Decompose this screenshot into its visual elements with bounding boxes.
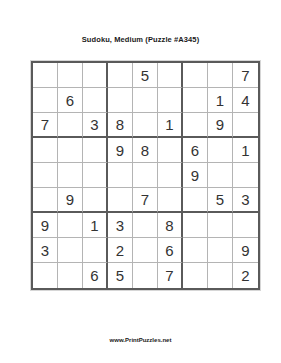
- cell-r2c3: [83, 88, 108, 113]
- cell-r6c1: [33, 188, 58, 213]
- cell-r3c9: [233, 113, 258, 138]
- cell-r5c4: [108, 163, 133, 188]
- cell-r8c1: 3: [33, 238, 58, 263]
- sudoku-grid: 5761473819986199753913832696572: [31, 61, 260, 290]
- cell-r7c1: 9: [33, 213, 58, 238]
- cell-r6c8: 5: [208, 188, 233, 213]
- cell-r9c1: [33, 263, 58, 288]
- cell-r6c7: [183, 188, 208, 213]
- cell-r7c6: 8: [158, 213, 183, 238]
- cell-r1c5: 5: [133, 63, 158, 88]
- cell-r5c1: [33, 163, 58, 188]
- cell-r7c2: [58, 213, 83, 238]
- cell-r6c4: [108, 188, 133, 213]
- cell-r9c3: 6: [83, 263, 108, 288]
- cell-r7c7: [183, 213, 208, 238]
- cell-r3c1: 7: [33, 113, 58, 138]
- cell-r1c9: 7: [233, 63, 258, 88]
- footer-url: www.PrintPuzzles.net: [0, 337, 281, 343]
- cell-r6c5: 7: [133, 188, 158, 213]
- cell-r3c6: 1: [158, 113, 183, 138]
- cell-r6c2: 9: [58, 188, 83, 213]
- cell-r4c5: 8: [133, 138, 158, 163]
- cell-r6c9: 3: [233, 188, 258, 213]
- cell-r9c4: 5: [108, 263, 133, 288]
- cell-r7c3: 1: [83, 213, 108, 238]
- cell-r9c6: 7: [158, 263, 183, 288]
- cell-r3c8: 9: [208, 113, 233, 138]
- cell-r9c2: [58, 263, 83, 288]
- cell-r1c6: [158, 63, 183, 88]
- cell-r3c5: [133, 113, 158, 138]
- cell-r1c3: [83, 63, 108, 88]
- cell-r2c9: 4: [233, 88, 258, 113]
- cell-r4c8: [208, 138, 233, 163]
- cell-r4c3: [83, 138, 108, 163]
- cell-r2c6: [158, 88, 183, 113]
- cell-r2c5: [133, 88, 158, 113]
- cell-r8c9: 9: [233, 238, 258, 263]
- cell-r9c7: [183, 263, 208, 288]
- puzzle-title: Sudoku, Medium (Puzzle #A345): [0, 35, 281, 44]
- cell-r1c8: [208, 63, 233, 88]
- cell-r7c4: 3: [108, 213, 133, 238]
- cell-r6c6: [158, 188, 183, 213]
- cell-r4c6: [158, 138, 183, 163]
- cell-r4c9: 1: [233, 138, 258, 163]
- cell-r1c1: [33, 63, 58, 88]
- cell-r5c9: [233, 163, 258, 188]
- cell-r9c5: [133, 263, 158, 288]
- cell-r9c9: 2: [233, 263, 258, 288]
- cell-r8c6: 6: [158, 238, 183, 263]
- cell-r6c3: [83, 188, 108, 213]
- cell-r4c4: 9: [108, 138, 133, 163]
- cell-r7c9: [233, 213, 258, 238]
- cell-r3c4: 8: [108, 113, 133, 138]
- cell-r8c7: [183, 238, 208, 263]
- cell-r1c2: [58, 63, 83, 88]
- cell-r8c4: 2: [108, 238, 133, 263]
- cell-r2c2: 6: [58, 88, 83, 113]
- cell-r4c7: 6: [183, 138, 208, 163]
- cell-r2c4: [108, 88, 133, 113]
- cell-r5c8: [208, 163, 233, 188]
- cell-r7c5: [133, 213, 158, 238]
- puzzle-page: Sudoku, Medium (Puzzle #A345) 5761473819…: [0, 0, 281, 363]
- cell-r4c2: [58, 138, 83, 163]
- cell-r7c8: [208, 213, 233, 238]
- cell-r8c3: [83, 238, 108, 263]
- cell-r8c8: [208, 238, 233, 263]
- cell-r9c8: [208, 263, 233, 288]
- cell-r5c2: [58, 163, 83, 188]
- cell-r2c8: 1: [208, 88, 233, 113]
- cell-r8c5: [133, 238, 158, 263]
- cell-r1c4: [108, 63, 133, 88]
- cell-r8c2: [58, 238, 83, 263]
- cell-r5c7: 9: [183, 163, 208, 188]
- cell-r1c7: [183, 63, 208, 88]
- cell-r5c3: [83, 163, 108, 188]
- cell-r2c7: [183, 88, 208, 113]
- cell-r3c2: [58, 113, 83, 138]
- cell-r5c6: [158, 163, 183, 188]
- cell-r2c1: [33, 88, 58, 113]
- cell-r4c1: [33, 138, 58, 163]
- cell-r3c7: [183, 113, 208, 138]
- cell-r3c3: 3: [83, 113, 108, 138]
- cell-r5c5: [133, 163, 158, 188]
